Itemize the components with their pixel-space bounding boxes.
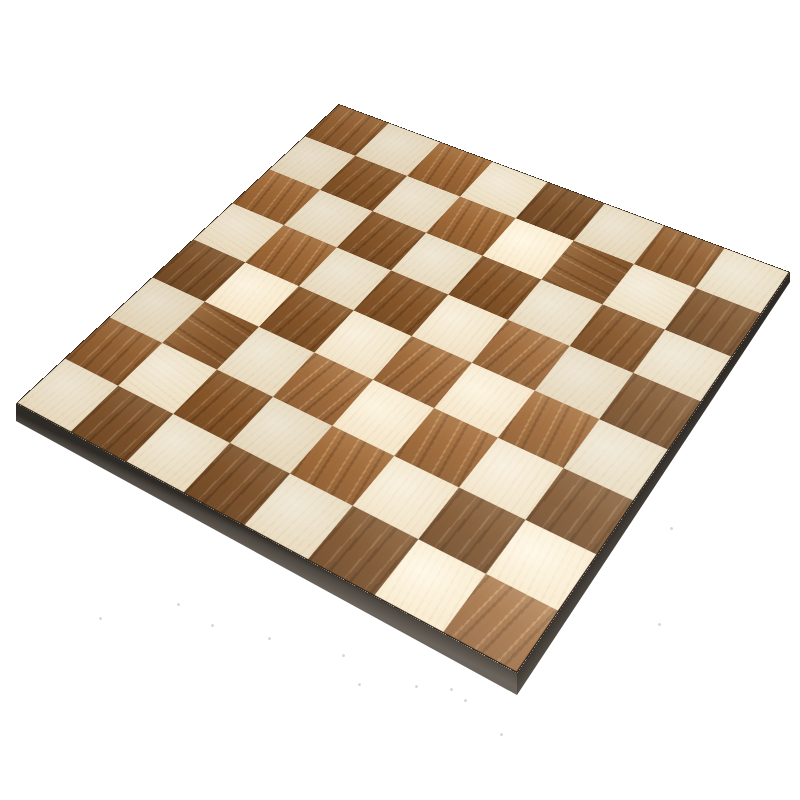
- background-speck: [450, 688, 453, 691]
- background-speck: [177, 603, 180, 606]
- background-speck: [670, 527, 673, 530]
- background-speck: [211, 624, 214, 627]
- background-speck: [658, 623, 661, 626]
- background-speck: [268, 637, 271, 640]
- product-photo: [0, 0, 800, 800]
- background-speck: [99, 617, 102, 620]
- background-speck: [342, 654, 345, 657]
- background-speck: [415, 685, 418, 688]
- background-speck: [464, 699, 467, 702]
- background-speck: [358, 683, 361, 686]
- background-speck: [500, 733, 503, 736]
